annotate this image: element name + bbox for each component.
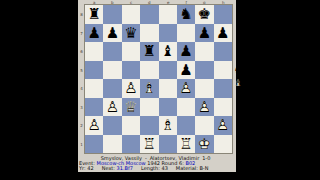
square-f1[interactable]: ♜♖ — [177, 135, 195, 154]
black-rook-piece: ♜ — [85, 5, 103, 24]
square-g1[interactable]: ♚♔ — [195, 135, 213, 154]
year-stat: Yr: 42 — [79, 166, 94, 171]
white-pawn-piece: ♟♙ — [122, 79, 140, 98]
square-d7[interactable] — [140, 24, 158, 43]
white-king-piece: ♚♔ — [195, 135, 213, 154]
next-move-value: 31.Bf7 — [117, 165, 133, 171]
black-pawn-piece: ♟ — [214, 24, 232, 43]
square-g5[interactable] — [195, 61, 213, 80]
square-h7[interactable]: ♟ — [214, 24, 232, 43]
square-d2[interactable] — [140, 116, 158, 135]
square-f4[interactable]: ♟♙ — [177, 79, 195, 98]
file-label-d: d — [142, 1, 157, 5]
square-c4[interactable]: ♟♙ — [122, 79, 140, 98]
next-move-stat: Next: 31.Bf7 — [102, 166, 133, 171]
square-e4[interactable] — [159, 79, 177, 98]
square-f6[interactable]: ♟ — [177, 42, 195, 61]
square-a4[interactable] — [85, 79, 103, 98]
square-e7[interactable] — [159, 24, 177, 43]
square-c3[interactable]: ♛♕ — [122, 98, 140, 117]
square-g4[interactable] — [195, 79, 213, 98]
material-tray: ♞♝♗ — [231, 64, 245, 98]
square-a8[interactable]: ♜ — [85, 5, 103, 24]
square-e1[interactable] — [159, 135, 177, 154]
black-pawn-piece: ♟ — [177, 42, 195, 61]
white-bishop-icon: ♝♗ — [231, 77, 245, 91]
square-a5[interactable] — [85, 61, 103, 80]
square-b5[interactable] — [103, 61, 121, 80]
square-a2[interactable]: ♟♙ — [85, 116, 103, 135]
square-b4[interactable] — [103, 79, 121, 98]
file-label-c: c — [124, 1, 139, 5]
square-a3[interactable] — [85, 98, 103, 117]
black-pawn-piece: ♟ — [195, 24, 213, 43]
rank-label-2: 2 — [79, 123, 85, 128]
square-f3[interactable] — [177, 98, 195, 117]
square-e8[interactable] — [159, 5, 177, 24]
white-rook-piece: ♜♖ — [140, 135, 158, 154]
square-e5[interactable] — [159, 61, 177, 80]
square-g6[interactable] — [195, 42, 213, 61]
square-d5[interactable] — [140, 61, 158, 80]
white-pawn-piece: ♟♙ — [85, 116, 103, 135]
square-d8[interactable] — [140, 5, 158, 24]
square-c6[interactable] — [122, 42, 140, 61]
black-pawn-piece: ♟ — [103, 24, 121, 43]
black-queen-piece: ♛ — [122, 24, 140, 43]
square-e3[interactable] — [159, 98, 177, 117]
rank-label-8: 8 — [79, 12, 85, 17]
square-g8[interactable]: ♚ — [195, 5, 213, 24]
square-a6[interactable] — [85, 42, 103, 61]
file-label-a: a — [87, 1, 102, 5]
square-g7[interactable]: ♟ — [195, 24, 213, 43]
black-rook-piece: ♜ — [140, 42, 158, 61]
file-label-g: g — [197, 1, 212, 5]
file-label-b: b — [105, 1, 120, 5]
square-g2[interactable] — [195, 116, 213, 135]
square-b8[interactable] — [103, 5, 121, 24]
square-h5[interactable] — [214, 61, 232, 80]
game-caption: Smyslov, Vassily-Alatortsev, Vladimir1-0… — [78, 156, 236, 172]
square-e6[interactable]: ♝ — [159, 42, 177, 61]
white-pawn-piece: ♟♙ — [195, 98, 213, 117]
white-bishop-piece: ♝♗ — [159, 116, 177, 135]
square-b3[interactable]: ♟♙ — [103, 98, 121, 117]
square-f2[interactable] — [177, 116, 195, 135]
white-pawn-piece: ♟♙ — [177, 79, 195, 98]
square-b7[interactable]: ♟ — [103, 24, 121, 43]
square-h1[interactable] — [214, 135, 232, 154]
square-c5[interactable] — [122, 61, 140, 80]
black-bishop-piece: ♝ — [159, 42, 177, 61]
square-f8[interactable]: ♞ — [177, 5, 195, 24]
white-rook-piece: ♜♖ — [177, 135, 195, 154]
black-knight-icon: ♞ — [231, 64, 245, 78]
square-h3[interactable] — [214, 98, 232, 117]
square-e2[interactable]: ♝♗ — [159, 116, 177, 135]
white-queen-piece: ♛♕ — [122, 98, 140, 117]
white-pawn-piece: ♟♙ — [103, 98, 121, 117]
square-h4[interactable] — [214, 79, 232, 98]
length-stat: Length: 43 — [141, 166, 168, 171]
square-d6[interactable]: ♜ — [140, 42, 158, 61]
black-pawn-piece: ♟ — [85, 24, 103, 43]
file-label-h: h — [215, 1, 230, 5]
rank-label-1: 1 — [79, 141, 85, 146]
square-h2[interactable]: ♟♙ — [214, 116, 232, 135]
file-label-f: f — [179, 1, 194, 5]
rank-label-3: 3 — [79, 104, 85, 109]
square-d3[interactable] — [140, 98, 158, 117]
square-b6[interactable] — [103, 42, 121, 61]
rank-labels: 87654321 — [78, 5, 85, 153]
square-c8[interactable] — [122, 5, 140, 24]
square-d1[interactable]: ♜♖ — [140, 135, 158, 154]
video-frame: abcdefgh 87654321 ♜♞♚♟♟♛♟♟♜♝♟♟♟♙♝♗♟♙♟♙♛♕… — [0, 0, 320, 180]
game-result: 1-0 — [202, 155, 210, 161]
square-b1[interactable] — [103, 135, 121, 154]
square-a7[interactable]: ♟ — [85, 24, 103, 43]
rank-label-4: 4 — [79, 86, 85, 91]
white-pawn-piece: ♟♙ — [214, 116, 232, 135]
rank-label-7: 7 — [79, 30, 85, 35]
black-pawn-piece: ♟ — [177, 61, 195, 80]
stats-line: Yr: 42 Next: 31.Bf7 Length: 43 Material:… — [78, 166, 236, 171]
square-d4[interactable]: ♝♗ — [140, 79, 158, 98]
chess-app-panel: abcdefgh 87654321 ♜♞♚♟♟♛♟♟♜♝♟♟♟♙♝♗♟♙♟♙♛♕… — [78, 0, 236, 172]
square-h6[interactable] — [214, 42, 232, 61]
square-c1[interactable] — [122, 135, 140, 154]
rank-label-6: 6 — [79, 49, 85, 54]
square-f7[interactable] — [177, 24, 195, 43]
rank-label-5: 5 — [79, 67, 85, 72]
square-c2[interactable] — [122, 116, 140, 135]
black-king-piece: ♚ — [195, 5, 213, 24]
chess-board: ♜♞♚♟♟♛♟♟♜♝♟♟♟♙♝♗♟♙♟♙♛♕♟♙♟♙♝♗♟♙♜♖♜♖♚♔ — [85, 5, 232, 153]
square-h8[interactable] — [214, 5, 232, 24]
file-label-e: e — [160, 1, 175, 5]
square-c7[interactable]: ♛ — [122, 24, 140, 43]
black-knight-piece: ♞ — [177, 5, 195, 24]
square-g3[interactable]: ♟♙ — [195, 98, 213, 117]
square-a1[interactable] — [85, 135, 103, 154]
square-b2[interactable] — [103, 116, 121, 135]
material-stat: Material: B-N — [176, 166, 209, 171]
square-f5[interactable]: ♟ — [177, 61, 195, 80]
white-bishop-piece: ♝♗ — [140, 79, 158, 98]
